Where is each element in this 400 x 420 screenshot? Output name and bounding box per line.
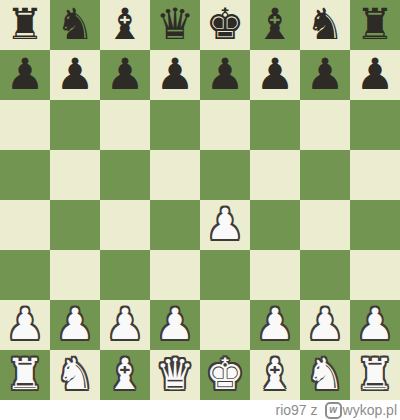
square-b2[interactable]: ♟ bbox=[50, 300, 100, 350]
piece-wp-f2: ♟ bbox=[256, 300, 295, 349]
piece-bb-f8: ♝ bbox=[256, 0, 295, 49]
piece-bp-h7: ♟ bbox=[356, 50, 395, 99]
piece-bp-g7: ♟ bbox=[306, 50, 345, 99]
square-b4[interactable] bbox=[50, 200, 100, 250]
square-g2[interactable]: ♟ bbox=[300, 300, 350, 350]
piece-br-a8: ♜ bbox=[6, 0, 45, 49]
square-g4[interactable] bbox=[300, 200, 350, 250]
square-h8[interactable]: ♜ bbox=[350, 0, 400, 50]
square-d5[interactable] bbox=[150, 150, 200, 200]
chess-board: ♜♞♝♛♚♝♞♜♟♟♟♟♟♟♟♟♟♟♟♟♟♟♟♟♜♞♝♛♚♝♞♜ bbox=[0, 0, 400, 400]
piece-wr-a1: ♜ bbox=[6, 350, 45, 399]
square-a5[interactable] bbox=[0, 150, 50, 200]
square-c1[interactable]: ♝ bbox=[100, 350, 150, 400]
square-f4[interactable] bbox=[250, 200, 300, 250]
piece-wk-e1: ♚ bbox=[206, 350, 245, 399]
square-c2[interactable]: ♟ bbox=[100, 300, 150, 350]
watermark-user: rio97 z bbox=[276, 402, 318, 418]
square-a6[interactable] bbox=[0, 100, 50, 150]
piece-bp-d7: ♟ bbox=[156, 50, 195, 99]
piece-bk-e8: ♚ bbox=[206, 0, 245, 49]
square-a8[interactable]: ♜ bbox=[0, 0, 50, 50]
piece-wp-d2: ♟ bbox=[156, 300, 195, 349]
square-b5[interactable] bbox=[50, 150, 100, 200]
square-e1[interactable]: ♚ bbox=[200, 350, 250, 400]
square-b7[interactable]: ♟ bbox=[50, 50, 100, 100]
square-g1[interactable]: ♞ bbox=[300, 350, 350, 400]
square-d7[interactable]: ♟ bbox=[150, 50, 200, 100]
square-h6[interactable] bbox=[350, 100, 400, 150]
square-e8[interactable]: ♚ bbox=[200, 0, 250, 50]
square-g7[interactable]: ♟ bbox=[300, 50, 350, 100]
square-d6[interactable] bbox=[150, 100, 200, 150]
square-e4[interactable]: ♟ bbox=[200, 200, 250, 250]
square-b1[interactable]: ♞ bbox=[50, 350, 100, 400]
square-e2[interactable] bbox=[200, 300, 250, 350]
piece-wp-h2: ♟ bbox=[356, 300, 395, 349]
square-g5[interactable] bbox=[300, 150, 350, 200]
square-a1[interactable]: ♜ bbox=[0, 350, 50, 400]
square-f8[interactable]: ♝ bbox=[250, 0, 300, 50]
square-h2[interactable]: ♟ bbox=[350, 300, 400, 350]
square-b8[interactable]: ♞ bbox=[50, 0, 100, 50]
square-c4[interactable] bbox=[100, 200, 150, 250]
piece-bp-f7: ♟ bbox=[256, 50, 295, 99]
square-d2[interactable]: ♟ bbox=[150, 300, 200, 350]
square-e7[interactable]: ♟ bbox=[200, 50, 250, 100]
square-g6[interactable] bbox=[300, 100, 350, 150]
piece-bq-d8: ♛ bbox=[156, 0, 195, 49]
wykop-logo-letter: w bbox=[329, 405, 337, 415]
wykop-logo-icon: w bbox=[325, 402, 342, 419]
square-h5[interactable] bbox=[350, 150, 400, 200]
square-f6[interactable] bbox=[250, 100, 300, 150]
square-a3[interactable] bbox=[0, 250, 50, 300]
piece-wr-h1: ♜ bbox=[356, 350, 395, 399]
square-c7[interactable]: ♟ bbox=[100, 50, 150, 100]
square-h7[interactable]: ♟ bbox=[350, 50, 400, 100]
piece-wn-b1: ♞ bbox=[56, 350, 95, 399]
square-e5[interactable] bbox=[200, 150, 250, 200]
square-h4[interactable] bbox=[350, 200, 400, 250]
square-f3[interactable] bbox=[250, 250, 300, 300]
watermark-bar: rio97 z w wykop.pl bbox=[0, 400, 400, 420]
square-f5[interactable] bbox=[250, 150, 300, 200]
square-h3[interactable] bbox=[350, 250, 400, 300]
piece-wp-a2: ♟ bbox=[6, 300, 45, 349]
square-g8[interactable]: ♞ bbox=[300, 0, 350, 50]
piece-bp-a7: ♟ bbox=[6, 50, 45, 99]
piece-bp-e7: ♟ bbox=[206, 50, 245, 99]
square-a4[interactable] bbox=[0, 200, 50, 250]
piece-wb-c1: ♝ bbox=[106, 350, 145, 399]
piece-wp-e4: ♟ bbox=[206, 200, 245, 249]
piece-br-h8: ♜ bbox=[356, 0, 395, 49]
chess-diagram: ♜♞♝♛♚♝♞♜♟♟♟♟♟♟♟♟♟♟♟♟♟♟♟♟♜♞♝♛♚♝♞♜ rio97 z… bbox=[0, 0, 400, 420]
piece-bp-b7: ♟ bbox=[56, 50, 95, 99]
square-c5[interactable] bbox=[100, 150, 150, 200]
piece-bn-b8: ♞ bbox=[56, 0, 95, 49]
piece-wb-f1: ♝ bbox=[256, 350, 295, 399]
square-e3[interactable] bbox=[200, 250, 250, 300]
square-c6[interactable] bbox=[100, 100, 150, 150]
square-d3[interactable] bbox=[150, 250, 200, 300]
square-c8[interactable]: ♝ bbox=[100, 0, 150, 50]
square-d1[interactable]: ♛ bbox=[150, 350, 200, 400]
piece-bn-g8: ♞ bbox=[306, 0, 345, 49]
square-f1[interactable]: ♝ bbox=[250, 350, 300, 400]
square-a7[interactable]: ♟ bbox=[0, 50, 50, 100]
square-e6[interactable] bbox=[200, 100, 250, 150]
square-f2[interactable]: ♟ bbox=[250, 300, 300, 350]
piece-wn-g1: ♞ bbox=[306, 350, 345, 399]
square-a2[interactable]: ♟ bbox=[0, 300, 50, 350]
square-h1[interactable]: ♜ bbox=[350, 350, 400, 400]
piece-wp-c2: ♟ bbox=[106, 300, 145, 349]
piece-wp-b2: ♟ bbox=[56, 300, 95, 349]
square-g3[interactable] bbox=[300, 250, 350, 300]
watermark-site: wykop.pl bbox=[343, 402, 397, 418]
square-f7[interactable]: ♟ bbox=[250, 50, 300, 100]
square-b6[interactable] bbox=[50, 100, 100, 150]
piece-bb-c8: ♝ bbox=[106, 0, 145, 49]
piece-bp-c7: ♟ bbox=[106, 50, 145, 99]
piece-wq-d1: ♛ bbox=[156, 350, 195, 399]
square-b3[interactable] bbox=[50, 250, 100, 300]
square-d8[interactable]: ♛ bbox=[150, 0, 200, 50]
square-d4[interactable] bbox=[150, 200, 200, 250]
square-c3[interactable] bbox=[100, 250, 150, 300]
piece-wp-g2: ♟ bbox=[306, 300, 345, 349]
